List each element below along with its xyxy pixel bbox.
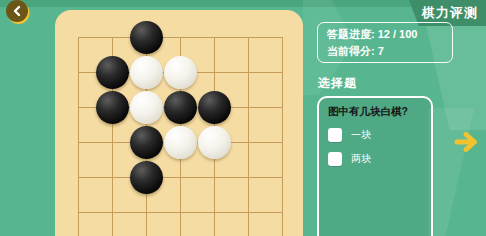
answer-progress: 答题进度: 12 / 100 — [327, 26, 452, 43]
black-stone — [130, 161, 163, 194]
board-cell — [147, 213, 181, 236]
black-stone — [130, 21, 163, 54]
question-panel: 图中有几块白棋? 一块 两块 — [317, 96, 433, 236]
board-cell — [249, 178, 283, 213]
white-stone — [130, 91, 163, 124]
option-two-blocks[interactable]: 两块 — [328, 152, 423, 166]
chevron-left-icon — [12, 5, 22, 17]
white-stone — [130, 56, 163, 89]
option-label: 一块 — [351, 128, 371, 142]
board-cell — [249, 73, 283, 108]
board-cell — [79, 178, 113, 213]
board-cell — [113, 213, 147, 236]
page-title: 棋力评测 — [422, 4, 478, 22]
board-cell — [249, 213, 283, 236]
black-stone — [198, 91, 231, 124]
black-stone — [96, 56, 129, 89]
black-stone — [96, 91, 129, 124]
white-stone — [164, 126, 197, 159]
checkbox-icon[interactable] — [328, 128, 342, 142]
board-cell — [249, 108, 283, 143]
white-stone — [198, 126, 231, 159]
board-cell — [249, 38, 283, 73]
question-text: 图中有几块白棋? — [328, 105, 423, 118]
back-button[interactable] — [6, 0, 28, 22]
checkbox-icon[interactable] — [328, 152, 342, 166]
board-cell — [215, 38, 249, 73]
arrow-right-icon — [453, 128, 483, 156]
board-cell — [215, 178, 249, 213]
board-cell — [181, 178, 215, 213]
board-cell — [79, 143, 113, 178]
board-cell — [215, 213, 249, 236]
next-button[interactable] — [453, 128, 483, 156]
current-score: 当前得分: 7 — [327, 43, 452, 60]
section-label: 选择题 — [318, 75, 357, 92]
go-board — [55, 10, 303, 236]
board-cell — [181, 213, 215, 236]
board-cell — [79, 213, 113, 236]
option-one-block[interactable]: 一块 — [328, 128, 423, 142]
progress-box: 答题进度: 12 / 100 当前得分: 7 — [317, 22, 453, 63]
black-stone — [164, 91, 197, 124]
white-stone — [164, 56, 197, 89]
option-label: 两块 — [351, 152, 371, 166]
board-cell — [249, 143, 283, 178]
black-stone — [130, 126, 163, 159]
